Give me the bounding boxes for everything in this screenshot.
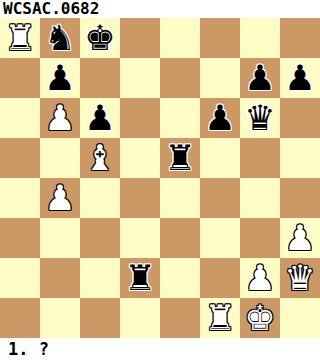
square-c1[interactable] bbox=[80, 298, 120, 338]
white-pawn[interactable]: ♟ bbox=[244, 258, 275, 298]
square-d7[interactable] bbox=[120, 58, 160, 98]
square-e8[interactable] bbox=[160, 18, 200, 58]
chess-app-window: WCSAC.0682 ♜♞♚♟♟♟♟♟♟♛♝♜♟♟♜♟♛♜♚ 1. ? bbox=[0, 0, 320, 360]
square-e2[interactable] bbox=[160, 258, 200, 298]
white-pawn[interactable]: ♟ bbox=[44, 178, 75, 218]
black-king[interactable]: ♚ bbox=[84, 18, 115, 58]
square-c8[interactable]: ♚ bbox=[80, 18, 120, 58]
square-d5[interactable] bbox=[120, 138, 160, 178]
square-g7[interactable]: ♟ bbox=[240, 58, 280, 98]
square-d3[interactable] bbox=[120, 218, 160, 258]
square-e7[interactable] bbox=[160, 58, 200, 98]
square-f2[interactable] bbox=[200, 258, 240, 298]
square-h8[interactable] bbox=[280, 18, 320, 58]
square-d1[interactable] bbox=[120, 298, 160, 338]
black-pawn[interactable]: ♟ bbox=[244, 58, 275, 98]
square-e3[interactable] bbox=[160, 218, 200, 258]
square-c5[interactable]: ♝ bbox=[80, 138, 120, 178]
square-b1[interactable] bbox=[40, 298, 80, 338]
square-f7[interactable] bbox=[200, 58, 240, 98]
square-c6[interactable]: ♟ bbox=[80, 98, 120, 138]
white-pawn[interactable]: ♟ bbox=[284, 218, 315, 258]
black-pawn[interactable]: ♟ bbox=[204, 98, 235, 138]
square-d4[interactable] bbox=[120, 178, 160, 218]
square-a6[interactable] bbox=[0, 98, 40, 138]
square-g6[interactable]: ♛ bbox=[240, 98, 280, 138]
black-rook[interactable]: ♜ bbox=[164, 138, 195, 178]
square-c7[interactable] bbox=[80, 58, 120, 98]
square-c2[interactable] bbox=[80, 258, 120, 298]
square-h7[interactable]: ♟ bbox=[280, 58, 320, 98]
white-rook[interactable]: ♜ bbox=[4, 18, 35, 58]
square-d8[interactable] bbox=[120, 18, 160, 58]
square-e4[interactable] bbox=[160, 178, 200, 218]
square-d6[interactable] bbox=[120, 98, 160, 138]
white-bishop[interactable]: ♝ bbox=[84, 138, 115, 178]
square-a2[interactable] bbox=[0, 258, 40, 298]
white-pawn[interactable]: ♟ bbox=[44, 98, 75, 138]
square-b8[interactable]: ♞ bbox=[40, 18, 80, 58]
square-a5[interactable] bbox=[0, 138, 40, 178]
white-queen[interactable]: ♛ bbox=[284, 258, 315, 298]
white-king[interactable]: ♚ bbox=[244, 298, 275, 338]
black-rook[interactable]: ♜ bbox=[124, 258, 155, 298]
square-e6[interactable] bbox=[160, 98, 200, 138]
move-prompt: 1. ? bbox=[0, 338, 320, 360]
square-f8[interactable] bbox=[200, 18, 240, 58]
square-g2[interactable]: ♟ bbox=[240, 258, 280, 298]
square-a8[interactable]: ♜ bbox=[0, 18, 40, 58]
square-c3[interactable] bbox=[80, 218, 120, 258]
square-d2[interactable]: ♜ bbox=[120, 258, 160, 298]
square-a1[interactable] bbox=[0, 298, 40, 338]
square-e5[interactable]: ♜ bbox=[160, 138, 200, 178]
square-f4[interactable] bbox=[200, 178, 240, 218]
square-b5[interactable] bbox=[40, 138, 80, 178]
square-b4[interactable]: ♟ bbox=[40, 178, 80, 218]
square-h6[interactable] bbox=[280, 98, 320, 138]
black-queen[interactable]: ♛ bbox=[244, 98, 275, 138]
square-g1[interactable]: ♚ bbox=[240, 298, 280, 338]
square-a7[interactable] bbox=[0, 58, 40, 98]
square-c4[interactable] bbox=[80, 178, 120, 218]
black-pawn[interactable]: ♟ bbox=[44, 58, 75, 98]
square-a4[interactable] bbox=[0, 178, 40, 218]
square-h3[interactable]: ♟ bbox=[280, 218, 320, 258]
square-g3[interactable] bbox=[240, 218, 280, 258]
white-rook[interactable]: ♜ bbox=[204, 298, 235, 338]
square-b3[interactable] bbox=[40, 218, 80, 258]
square-f3[interactable] bbox=[200, 218, 240, 258]
square-h5[interactable] bbox=[280, 138, 320, 178]
chess-board: ♜♞♚♟♟♟♟♟♟♛♝♜♟♟♜♟♛♜♚ bbox=[0, 18, 320, 338]
square-f5[interactable] bbox=[200, 138, 240, 178]
square-h2[interactable]: ♛ bbox=[280, 258, 320, 298]
square-g8[interactable] bbox=[240, 18, 280, 58]
square-b6[interactable]: ♟ bbox=[40, 98, 80, 138]
square-h1[interactable] bbox=[280, 298, 320, 338]
puzzle-title: WCSAC.0682 bbox=[0, 0, 320, 18]
square-f6[interactable]: ♟ bbox=[200, 98, 240, 138]
black-knight[interactable]: ♞ bbox=[44, 18, 75, 58]
square-g4[interactable] bbox=[240, 178, 280, 218]
square-b7[interactable]: ♟ bbox=[40, 58, 80, 98]
black-pawn[interactable]: ♟ bbox=[84, 98, 115, 138]
square-a3[interactable] bbox=[0, 218, 40, 258]
square-b2[interactable] bbox=[40, 258, 80, 298]
black-pawn[interactable]: ♟ bbox=[284, 58, 315, 98]
square-f1[interactable]: ♜ bbox=[200, 298, 240, 338]
square-e1[interactable] bbox=[160, 298, 200, 338]
square-g5[interactable] bbox=[240, 138, 280, 178]
square-h4[interactable] bbox=[280, 178, 320, 218]
